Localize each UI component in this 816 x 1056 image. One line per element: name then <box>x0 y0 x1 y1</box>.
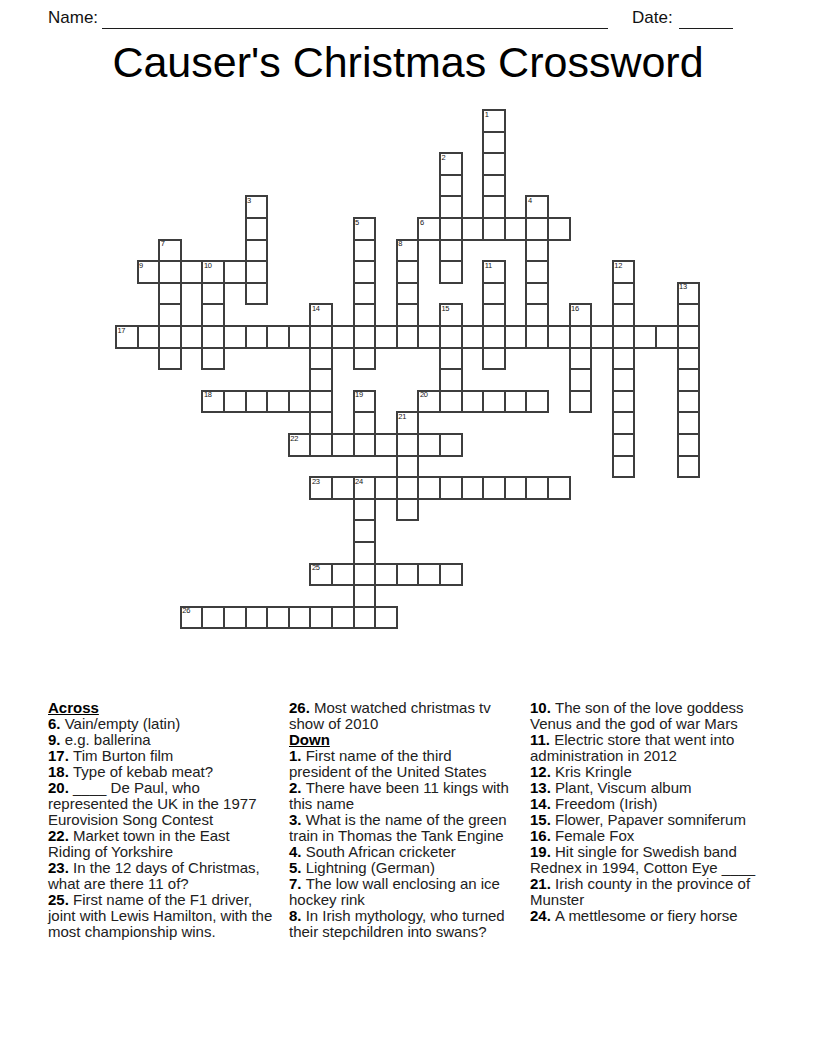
clue-14-down: 14. Freedom (Irish) <box>530 796 756 812</box>
cell-number-24: 24 <box>355 478 363 486</box>
grid-cell-r15c8[interactable]: 22 <box>289 434 311 456</box>
grid-cell-r15c11[interactable] <box>354 434 376 456</box>
clue-2-down: 2. There have been 11 kings with this na… <box>289 780 515 812</box>
clue-18-across: 18. Type of kebab meat? <box>48 764 274 780</box>
grid-cell-r3c15[interactable] <box>440 175 462 197</box>
grid-cell-r21c9[interactable]: 25 <box>310 564 332 586</box>
grid-cell-r7c11[interactable] <box>354 261 376 283</box>
grid-cell-r21c11[interactable] <box>354 564 376 586</box>
down-header: Down <box>289 732 515 748</box>
clue-17-across: 17. Tim Burton film <box>48 748 274 764</box>
grid-cell-r13c5[interactable] <box>224 391 246 413</box>
cell-number-14: 14 <box>312 305 320 313</box>
grid-cell-r13c15[interactable] <box>440 391 462 413</box>
grid-cell-r9c9[interactable]: 14 <box>310 304 332 326</box>
grid-cell-r4c6[interactable]: 3 <box>246 196 268 218</box>
grid-cell-r21c15[interactable] <box>440 564 462 586</box>
grid-cell-r10c7[interactable] <box>267 326 289 348</box>
grid-cell-r14c26[interactable] <box>678 412 700 434</box>
clue-26-across: 26. Most watched christmas tv show of 20… <box>289 700 515 732</box>
clue-5-down: 5. Lightning (German) <box>289 860 515 876</box>
grid-cell-r20c11[interactable] <box>354 542 376 564</box>
clue-22-across: 22. Market town in the East Riding of Yo… <box>48 828 274 860</box>
crossword-grid: 1234567891011121314151617181920212223242… <box>116 110 700 630</box>
clue-19-down: 19. Hit single for Swedish band Rednex i… <box>530 844 756 876</box>
grid-cell-r8c2[interactable] <box>159 283 181 305</box>
grid-cell-r7c19[interactable] <box>526 261 548 283</box>
clue-16-down: 16. Female Fox <box>530 828 756 844</box>
clue-9-across: 9. e.g. ballerina <box>48 732 274 748</box>
grid-cell-r7c1[interactable]: 9 <box>138 261 160 283</box>
grid-cell-r15c26[interactable] <box>678 434 700 456</box>
clue-20-across: 20. ____ De Paul, who represented the UK… <box>48 780 274 828</box>
grid-cell-r16c23[interactable] <box>613 456 635 478</box>
grid-cell-r7c15[interactable] <box>440 261 462 283</box>
header: Name: Date: <box>48 6 742 29</box>
grid-cell-r4c19[interactable]: 4 <box>526 196 548 218</box>
grid-cell-r15c23[interactable] <box>613 434 635 456</box>
grid-cell-r12c26[interactable] <box>678 369 700 391</box>
grid-cell-r10c14[interactable] <box>418 326 440 348</box>
grid-cell-r17c13[interactable] <box>397 477 419 499</box>
grid-cell-r10c18[interactable] <box>505 326 527 348</box>
grid-cell-r9c21[interactable]: 16 <box>570 304 592 326</box>
cell-number-19: 19 <box>355 391 363 399</box>
grid-cell-r10c4[interactable] <box>202 326 224 348</box>
grid-cell-r10c23[interactable] <box>613 326 635 348</box>
grid-cell-r10c9[interactable] <box>310 326 332 348</box>
grid-cell-r17c12[interactable] <box>375 477 397 499</box>
clue-6-across: 6. Vain/empty (latin) <box>48 716 274 732</box>
grid-cell-r19c11[interactable] <box>354 520 376 542</box>
clue-8-down: 8. In Irish mythology, who turned their … <box>289 908 515 940</box>
grid-cell-r11c11[interactable] <box>354 348 376 370</box>
grid-cell-r10c19[interactable] <box>526 326 548 348</box>
grid-cell-r23c12[interactable] <box>375 607 397 629</box>
grid-cell-r22c11[interactable] <box>354 585 376 607</box>
cell-number-21: 21 <box>398 413 406 421</box>
grid-cell-r17c20[interactable] <box>548 477 570 499</box>
clue-4-down: 4. South African cricketer <box>289 844 515 860</box>
grid-cell-r8c6[interactable] <box>246 283 268 305</box>
grid-cell-r8c17[interactable] <box>483 283 505 305</box>
grid-cell-r9c17[interactable] <box>483 304 505 326</box>
grid-cell-r9c4[interactable] <box>202 304 224 326</box>
clue-column-middle: 26. Most watched christmas tv show of 20… <box>289 700 515 940</box>
grid-cell-r23c3[interactable]: 26 <box>181 607 203 629</box>
grid-cell-r10c24[interactable] <box>634 326 656 348</box>
worksheet-page: Name: Date: Causer's Christmas Crossword… <box>0 0 816 1056</box>
clue-column-across: Across6. Vain/empty (latin)9. e.g. balle… <box>48 700 274 940</box>
grid-cell-r10c15[interactable] <box>440 326 462 348</box>
cell-number-9: 9 <box>139 262 143 270</box>
grid-cell-r10c25[interactable] <box>656 326 678 348</box>
cell-number-8: 8 <box>398 240 402 248</box>
grid-cell-r13c17[interactable] <box>483 391 505 413</box>
clue-11-down: 11. Electric store that went into admini… <box>530 732 756 764</box>
grid-cell-r23c4[interactable] <box>202 607 224 629</box>
cell-number-26: 26 <box>182 607 190 615</box>
cell-number-13: 13 <box>679 283 687 291</box>
grid-cell-r13c26[interactable] <box>678 391 700 413</box>
clue-21-down: 21. Irish county in the province of Muns… <box>530 876 756 908</box>
grid-cell-r17c10[interactable] <box>332 477 354 499</box>
cell-number-1: 1 <box>485 111 489 119</box>
grid-cell-r10c11[interactable] <box>354 326 376 348</box>
cell-number-5: 5 <box>355 219 359 227</box>
grid-cell-r13c23[interactable] <box>613 391 635 413</box>
grid-cell-r10c20[interactable] <box>548 326 570 348</box>
grid-cell-r10c22[interactable] <box>591 326 613 348</box>
grid-cell-r14c23[interactable] <box>613 412 635 434</box>
grid-cell-r10c2[interactable] <box>159 326 181 348</box>
date-input-line[interactable] <box>679 6 733 29</box>
grid-cell-r21c10[interactable] <box>332 564 354 586</box>
grid-cell-r15c10[interactable] <box>332 434 354 456</box>
grid-cell-r11c23[interactable] <box>613 348 635 370</box>
cell-number-17: 17 <box>118 327 126 335</box>
cell-number-16: 16 <box>571 305 579 313</box>
grid-cell-r13c19[interactable] <box>526 391 548 413</box>
cell-number-10: 10 <box>204 262 212 270</box>
grid-cell-r4c15[interactable] <box>440 196 462 218</box>
grid-cell-r15c15[interactable] <box>440 434 462 456</box>
grid-cell-r13c7[interactable] <box>267 391 289 413</box>
clue-24-down: 24. A mettlesome or fiery horse <box>530 908 756 924</box>
cell-number-6: 6 <box>420 219 424 227</box>
grid-cell-r10c10[interactable] <box>332 326 354 348</box>
grid-cell-r23c5[interactable] <box>224 607 246 629</box>
across-header: Across <box>48 700 274 716</box>
grid-cell-r1c17[interactable] <box>483 132 505 154</box>
grid-cell-r10c12[interactable] <box>375 326 397 348</box>
grid-cell-r14c11[interactable] <box>354 412 376 434</box>
grid-cell-r13c9[interactable] <box>310 391 332 413</box>
clue-25-across: 25. First name of the F1 driver, joint w… <box>48 892 274 940</box>
grid-cell-r11c2[interactable] <box>159 348 181 370</box>
cell-number-7: 7 <box>161 240 165 248</box>
grid-cell-r6c6[interactable] <box>246 240 268 262</box>
grid-cell-r23c6[interactable] <box>246 607 268 629</box>
cell-number-3: 3 <box>247 197 251 205</box>
grid-cell-r13c11[interactable]: 19 <box>354 391 376 413</box>
grid-cell-r10c17[interactable] <box>483 326 505 348</box>
grid-cell-r9c15[interactable]: 15 <box>440 304 462 326</box>
grid-cell-r5c15[interactable] <box>440 218 462 240</box>
grid-cell-r10c6[interactable] <box>246 326 268 348</box>
grid-cell-r2c17[interactable] <box>483 153 505 175</box>
grid-cell-r6c15[interactable] <box>440 240 462 262</box>
grid-cell-r12c23[interactable] <box>613 369 635 391</box>
grid-cell-r13c21[interactable] <box>570 391 592 413</box>
clue-1-down: 1. First name of the third president of … <box>289 748 515 780</box>
grid-cell-r18c13[interactable] <box>397 499 419 521</box>
grid-cell-r15c9[interactable] <box>310 434 332 456</box>
grid-cell-r13c6[interactable] <box>246 391 268 413</box>
grid-cell-r13c8[interactable] <box>289 391 311 413</box>
grid-cell-r11c17[interactable] <box>483 348 505 370</box>
grid-cell-r14c13[interactable]: 21 <box>397 412 419 434</box>
cell-number-22: 22 <box>290 435 298 443</box>
grid-cell-r8c11[interactable] <box>354 283 376 305</box>
grid-cell-r6c19[interactable] <box>526 240 548 262</box>
cell-number-25: 25 <box>312 564 320 572</box>
grid-cell-r9c11[interactable] <box>354 304 376 326</box>
grid-cell-r16c13[interactable] <box>397 456 419 478</box>
grid-cell-r13c4[interactable]: 18 <box>202 391 224 413</box>
name-input-line[interactable] <box>102 6 608 29</box>
grid-cell-r21c14[interactable] <box>418 564 440 586</box>
grid-cell-r12c21[interactable] <box>570 369 592 391</box>
grid-cell-r23c11[interactable] <box>354 607 376 629</box>
clue-13-down: 13. Plant, Viscum album <box>530 780 756 796</box>
grid-cell-r9c2[interactable] <box>159 304 181 326</box>
grid-cell-r9c26[interactable] <box>678 304 700 326</box>
grid-cell-r8c13[interactable] <box>397 283 419 305</box>
grid-cell-r23c9[interactable] <box>310 607 332 629</box>
grid-cell-r10c8[interactable] <box>289 326 311 348</box>
grid-cell-r13c16[interactable] <box>462 391 484 413</box>
grid-cell-r7c13[interactable] <box>397 261 419 283</box>
name-label: Name: <box>48 7 98 29</box>
grid-cell-r13c18[interactable] <box>505 391 527 413</box>
grid-cell-r7c17[interactable]: 11 <box>483 261 505 283</box>
grid-cell-r5c19[interactable] <box>526 218 548 240</box>
grid-cell-r17c11[interactable]: 24 <box>354 477 376 499</box>
clue-23-across: 23. In the 12 days of Christmas, what ar… <box>48 860 274 892</box>
grid-cell-r5c18[interactable] <box>505 218 527 240</box>
grid-cell-r10c16[interactable] <box>462 326 484 348</box>
grid-cell-r3c17[interactable] <box>483 175 505 197</box>
grid-cell-r12c15[interactable] <box>440 369 462 391</box>
grid-cell-r11c21[interactable] <box>570 348 592 370</box>
clue-column-down: 10. The son of the love goddess Venus an… <box>530 700 756 940</box>
cell-number-15: 15 <box>442 305 450 313</box>
grid-cell-r8c23[interactable] <box>613 283 635 305</box>
clue-7-down: 7. The low wall enclosing an ice hockey … <box>289 876 515 908</box>
cell-number-12: 12 <box>614 262 622 270</box>
grid-cell-r10c13[interactable] <box>397 326 419 348</box>
cell-number-20: 20 <box>420 391 428 399</box>
grid-cell-r18c11[interactable] <box>354 499 376 521</box>
clue-10-down: 10. The son of the love goddess Venus an… <box>530 700 756 732</box>
grid-cell-r10c26[interactable] <box>678 326 700 348</box>
grid-cell-r4c17[interactable] <box>483 196 505 218</box>
clue-3-down: 3. What is the name of the green train i… <box>289 812 515 844</box>
grid-cell-r6c2[interactable]: 7 <box>159 240 181 262</box>
grid-cell-r7c3[interactable] <box>181 261 203 283</box>
grid-cell-r14c9[interactable] <box>310 412 332 434</box>
grid-cell-r2c15[interactable]: 2 <box>440 153 462 175</box>
grid-cell-r10c0[interactable]: 17 <box>116 326 138 348</box>
grid-cell-r7c4[interactable]: 10 <box>202 261 224 283</box>
date-label: Date: <box>632 7 673 29</box>
grid-cell-r23c8[interactable] <box>289 607 311 629</box>
grid-cell-r15c13[interactable] <box>397 434 419 456</box>
grid-cell-r5c20[interactable] <box>548 218 570 240</box>
grid-cell-r7c6[interactable] <box>246 261 268 283</box>
grid-cell-r15c14[interactable] <box>418 434 440 456</box>
grid-cell-r9c19[interactable] <box>526 304 548 326</box>
grid-cell-r5c17[interactable] <box>483 218 505 240</box>
grid-cell-r8c19[interactable] <box>526 283 548 305</box>
cell-number-2: 2 <box>442 154 446 162</box>
clue-15-down: 15. Flower, Papaver somniferum <box>530 812 756 828</box>
grid-cell-r21c13[interactable] <box>397 564 419 586</box>
cell-number-4: 4 <box>528 197 532 205</box>
cell-number-23: 23 <box>312 478 320 486</box>
grid-cell-r11c15[interactable] <box>440 348 462 370</box>
clue-12-down: 12. Kris Kringle <box>530 764 756 780</box>
grid-cell-r17c9[interactable]: 23 <box>310 477 332 499</box>
grid-cell-r16c26[interactable] <box>678 456 700 478</box>
grid-cell-r7c5[interactable] <box>224 261 246 283</box>
grid-cell-r5c11[interactable]: 5 <box>354 218 376 240</box>
cell-number-11: 11 <box>485 262 492 270</box>
grid-cell-r13c14[interactable]: 20 <box>418 391 440 413</box>
grid-cell-r17c17[interactable] <box>483 477 505 499</box>
grid-cell-r17c15[interactable] <box>440 477 462 499</box>
clues-section: Across6. Vain/empty (latin)9. e.g. balle… <box>48 700 768 940</box>
grid-cell-r15c12[interactable] <box>375 434 397 456</box>
grid-cell-r17c18[interactable] <box>505 477 527 499</box>
grid-cell-r0c17[interactable]: 1 <box>483 110 505 132</box>
grid-cell-r7c2[interactable] <box>159 261 181 283</box>
grid-cell-r11c26[interactable] <box>678 348 700 370</box>
grid-cell-r21c12[interactable] <box>375 564 397 586</box>
grid-cell-r7c23[interactable]: 12 <box>613 261 635 283</box>
grid-cell-r11c4[interactable] <box>202 348 224 370</box>
grid-cell-r10c5[interactable] <box>224 326 246 348</box>
grid-cell-r17c14[interactable] <box>418 477 440 499</box>
grid-cell-r17c19[interactable] <box>526 477 548 499</box>
grid-cell-r11c9[interactable] <box>310 348 332 370</box>
page-title: Causer's Christmas Crossword <box>0 36 816 88</box>
cell-number-18: 18 <box>204 391 212 399</box>
grid-cell-r10c21[interactable] <box>570 326 592 348</box>
grid-cell-r10c1[interactable] <box>138 326 160 348</box>
grid-cell-r5c14[interactable]: 6 <box>418 218 440 240</box>
grid-cell-r9c13[interactable] <box>397 304 419 326</box>
grid-cell-r6c11[interactable] <box>354 240 376 262</box>
grid-cell-r10c3[interactable] <box>181 326 203 348</box>
grid-cell-r23c10[interactable] <box>332 607 354 629</box>
grid-cell-r8c4[interactable] <box>202 283 224 305</box>
grid-cell-r23c7[interactable] <box>267 607 289 629</box>
grid-cell-r12c9[interactable] <box>310 369 332 391</box>
grid-cell-r5c16[interactable] <box>462 218 484 240</box>
grid-cell-r9c23[interactable] <box>613 304 635 326</box>
grid-cell-r8c26[interactable]: 13 <box>678 283 700 305</box>
grid-cell-r17c16[interactable] <box>462 477 484 499</box>
grid-cell-r5c6[interactable] <box>246 218 268 240</box>
grid-cell-r6c13[interactable]: 8 <box>397 240 419 262</box>
